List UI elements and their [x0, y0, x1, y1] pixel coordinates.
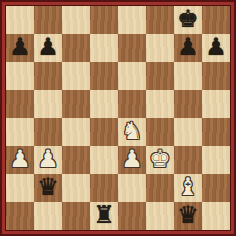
piece-black-king-g8[interactable]: ♚	[177, 6, 199, 33]
square-h2[interactable]	[202, 174, 230, 202]
square-a6[interactable]	[6, 62, 34, 90]
square-e7[interactable]	[118, 34, 146, 62]
square-d1[interactable]: ♜	[90, 202, 118, 230]
square-g3[interactable]	[174, 146, 202, 174]
board-frame: ♚♟♟♟♟♞♟♟♟♚♛♝♜♛	[0, 0, 236, 236]
square-c1[interactable]	[62, 202, 90, 230]
square-a7[interactable]: ♟	[6, 34, 34, 62]
square-g5[interactable]	[174, 90, 202, 118]
piece-black-pawn-h7[interactable]: ♟	[205, 34, 227, 61]
piece-black-rook-d1[interactable]: ♜	[93, 202, 115, 229]
chess-board: ♚♟♟♟♟♞♟♟♟♚♛♝♜♛	[5, 5, 231, 231]
piece-white-knight-e4[interactable]: ♞	[121, 118, 143, 145]
square-e5[interactable]	[118, 90, 146, 118]
square-f5[interactable]	[146, 90, 174, 118]
square-d4[interactable]	[90, 118, 118, 146]
piece-white-pawn-a3[interactable]: ♟	[9, 146, 31, 173]
square-e6[interactable]	[118, 62, 146, 90]
piece-black-pawn-g7[interactable]: ♟	[177, 34, 199, 61]
square-d5[interactable]	[90, 90, 118, 118]
square-a2[interactable]	[6, 174, 34, 202]
square-b7[interactable]: ♟	[34, 34, 62, 62]
square-d7[interactable]	[90, 34, 118, 62]
square-a4[interactable]	[6, 118, 34, 146]
piece-black-queen-g1[interactable]: ♛	[177, 202, 199, 229]
square-g4[interactable]	[174, 118, 202, 146]
square-a1[interactable]	[6, 202, 34, 230]
square-b3[interactable]: ♟	[34, 146, 62, 174]
piece-black-pawn-b7[interactable]: ♟	[37, 34, 59, 61]
square-e4[interactable]: ♞	[118, 118, 146, 146]
square-f4[interactable]	[146, 118, 174, 146]
piece-white-pawn-b3[interactable]: ♟	[37, 146, 59, 173]
square-c6[interactable]	[62, 62, 90, 90]
square-g1[interactable]: ♛	[174, 202, 202, 230]
square-a3[interactable]: ♟	[6, 146, 34, 174]
square-d8[interactable]	[90, 6, 118, 34]
square-b2[interactable]: ♛	[34, 174, 62, 202]
square-f7[interactable]	[146, 34, 174, 62]
square-h4[interactable]	[202, 118, 230, 146]
square-h5[interactable]	[202, 90, 230, 118]
square-f3[interactable]: ♚	[146, 146, 174, 174]
square-h3[interactable]	[202, 146, 230, 174]
square-h7[interactable]: ♟	[202, 34, 230, 62]
square-f1[interactable]	[146, 202, 174, 230]
square-h6[interactable]	[202, 62, 230, 90]
square-c8[interactable]	[62, 6, 90, 34]
square-d6[interactable]	[90, 62, 118, 90]
square-b6[interactable]	[34, 62, 62, 90]
square-a8[interactable]	[6, 6, 34, 34]
piece-white-king-f3[interactable]: ♚	[149, 146, 171, 173]
square-c2[interactable]	[62, 174, 90, 202]
square-b8[interactable]	[34, 6, 62, 34]
square-f6[interactable]	[146, 62, 174, 90]
square-g8[interactable]: ♚	[174, 6, 202, 34]
square-f2[interactable]	[146, 174, 174, 202]
piece-black-queen-b2[interactable]: ♛	[37, 174, 59, 201]
square-e8[interactable]	[118, 6, 146, 34]
square-b4[interactable]	[34, 118, 62, 146]
square-e2[interactable]	[118, 174, 146, 202]
square-e3[interactable]: ♟	[118, 146, 146, 174]
square-c7[interactable]	[62, 34, 90, 62]
square-c3[interactable]	[62, 146, 90, 174]
square-d2[interactable]	[90, 174, 118, 202]
square-f8[interactable]	[146, 6, 174, 34]
square-b5[interactable]	[34, 90, 62, 118]
square-h8[interactable]	[202, 6, 230, 34]
square-g7[interactable]: ♟	[174, 34, 202, 62]
square-e1[interactable]	[118, 202, 146, 230]
square-b1[interactable]	[34, 202, 62, 230]
square-c4[interactable]	[62, 118, 90, 146]
piece-black-pawn-a7[interactable]: ♟	[9, 34, 31, 61]
piece-white-pawn-e3[interactable]: ♟	[121, 146, 143, 173]
square-g2[interactable]: ♝	[174, 174, 202, 202]
square-c5[interactable]	[62, 90, 90, 118]
square-g6[interactable]	[174, 62, 202, 90]
square-h1[interactable]	[202, 202, 230, 230]
piece-white-bishop-g2[interactable]: ♝	[177, 174, 199, 201]
square-d3[interactable]	[90, 146, 118, 174]
square-a5[interactable]	[6, 90, 34, 118]
